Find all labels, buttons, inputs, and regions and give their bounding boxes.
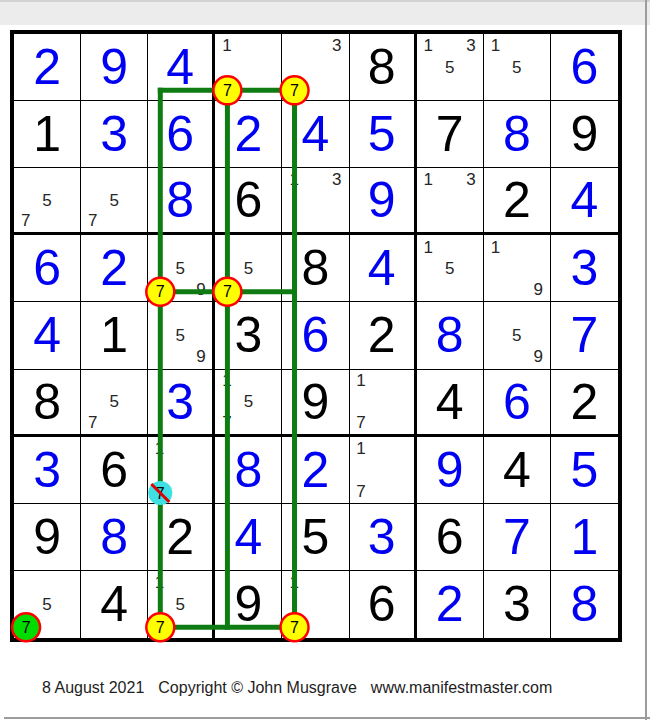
cell-r8c6[interactable]: 3 xyxy=(350,504,417,571)
pencil-digit: 1 xyxy=(485,35,506,56)
cell-r5c5[interactable]: 6 xyxy=(282,302,349,369)
cell-r9c9[interactable]: 8 xyxy=(551,571,618,638)
cell-r1c3[interactable]: 4 xyxy=(148,34,215,101)
cell-r6c9[interactable]: 2 xyxy=(551,370,618,437)
pencil-digit: 7 xyxy=(15,211,36,232)
pencil-digit: 1 xyxy=(418,35,439,56)
pencil-digit: 7 xyxy=(82,412,103,433)
cell-r7c2[interactable]: 6 xyxy=(81,437,148,504)
cell-r5c9[interactable]: 7 xyxy=(551,302,618,369)
pencil-marks: 1 xyxy=(149,438,211,502)
page-right-edge xyxy=(645,0,647,720)
cell-r8c7[interactable]: 6 xyxy=(417,504,484,571)
pencil-digit: 1 xyxy=(418,236,439,257)
solved-digit: 2 xyxy=(100,243,128,293)
cell-r5c8[interactable]: 59 xyxy=(484,302,551,369)
pencil-marks: 135 xyxy=(418,35,482,99)
solved-digit: 4 xyxy=(234,512,262,562)
pencil-digit: 7 xyxy=(216,412,237,433)
given-digit: 4 xyxy=(100,579,128,629)
solved-digit: 8 xyxy=(166,175,194,225)
cell-r2c9[interactable]: 9 xyxy=(551,101,618,168)
cell-r9c8[interactable]: 3 xyxy=(484,571,551,638)
page-bottom-edge xyxy=(4,717,650,719)
cell-r6c4[interactable]: 157 xyxy=(215,370,282,437)
cell-r1c9[interactable]: 6 xyxy=(551,34,618,101)
cell-r5c6[interactable]: 2 xyxy=(350,302,417,369)
cell-r2c3[interactable]: 6 xyxy=(148,101,215,168)
pencil-marks: 19 xyxy=(485,236,549,300)
cell-r1c2[interactable]: 9 xyxy=(81,34,148,101)
cell-r3c1[interactable]: 57 xyxy=(14,168,81,235)
cell-r8c8[interactable]: 7 xyxy=(484,504,551,571)
given-digit: 2 xyxy=(166,512,194,562)
cell-r2c6[interactable]: 5 xyxy=(350,101,417,168)
given-digit: 2 xyxy=(571,377,599,427)
solved-digit: 3 xyxy=(571,243,599,293)
solved-digit: 6 xyxy=(302,310,330,360)
solved-digit: 3 xyxy=(166,377,194,427)
cell-r1c5[interactable]: 3 xyxy=(282,34,349,101)
pencil-digit: 5 xyxy=(238,391,259,412)
cell-r8c9[interactable]: 1 xyxy=(551,504,618,571)
solved-digit: 8 xyxy=(436,310,464,360)
cell-r4c2[interactable]: 2 xyxy=(81,235,148,302)
solved-digit: 8 xyxy=(234,445,262,495)
pencil-digit: 1 xyxy=(418,169,439,190)
cell-r1c4[interactable]: 1 xyxy=(215,34,282,101)
given-digit: 1 xyxy=(100,310,128,360)
pencil-marks: 15 xyxy=(418,236,482,300)
given-digit: 6 xyxy=(368,579,396,629)
solved-digit: 8 xyxy=(503,109,531,159)
pencil-digit: 1 xyxy=(351,438,372,459)
cell-r4c4[interactable]: 5 xyxy=(215,235,282,302)
given-digit: 2 xyxy=(503,175,531,225)
solved-digit: 7 xyxy=(571,310,599,360)
pencil-digit: 5 xyxy=(506,325,527,346)
cell-r3c8[interactable]: 2 xyxy=(484,168,551,235)
pencil-digit: 3 xyxy=(460,35,481,56)
cell-r5c7[interactable]: 8 xyxy=(417,302,484,369)
pencil-marks: 1 xyxy=(283,572,347,637)
cell-r7c4[interactable]: 8 xyxy=(215,437,282,504)
solved-digit: 2 xyxy=(436,579,464,629)
given-digit: 7 xyxy=(436,109,464,159)
pencil-digit: 5 xyxy=(170,258,191,279)
cell-r9c6[interactable]: 6 xyxy=(350,571,417,638)
cell-r7c6[interactable]: 17 xyxy=(350,437,417,504)
pencil-digit: 1 xyxy=(485,236,506,257)
cell-r4c5[interactable]: 8 xyxy=(282,235,349,302)
pencil-digit: 7 xyxy=(351,480,372,501)
pencil-digit: 9 xyxy=(191,346,212,367)
cell-r8c3[interactable]: 2 xyxy=(148,504,215,571)
top-band xyxy=(0,0,650,25)
solved-digit: 6 xyxy=(33,243,61,293)
pencil-marks: 3 xyxy=(283,35,347,99)
solved-digit: 7 xyxy=(503,512,531,562)
cell-r2c2[interactable]: 3 xyxy=(81,101,148,168)
given-digit: 8 xyxy=(302,243,330,293)
given-digit: 8 xyxy=(33,377,61,427)
footer-copyright: Copyright © John Musgrave xyxy=(158,679,357,697)
cell-r7c5[interactable]: 2 xyxy=(282,437,349,504)
given-digit: 6 xyxy=(234,175,262,225)
cell-r2c8[interactable]: 8 xyxy=(484,101,551,168)
cell-r5c2[interactable]: 1 xyxy=(81,302,148,369)
cell-r6c3[interactable]: 3 xyxy=(148,370,215,437)
solved-digit: 4 xyxy=(368,243,396,293)
cell-r2c1[interactable]: 1 xyxy=(14,101,81,168)
cell-r9c3[interactable]: 15 xyxy=(148,571,215,638)
cell-r3c3[interactable]: 8 xyxy=(148,168,215,235)
pencil-marks: 59 xyxy=(149,303,211,367)
cell-r3c9[interactable]: 4 xyxy=(551,168,618,235)
cell-r9c1[interactable]: 5 xyxy=(14,571,81,638)
solved-digit: 8 xyxy=(100,512,128,562)
solved-digit: 2 xyxy=(302,445,330,495)
pencil-marks: 17 xyxy=(351,371,413,433)
pencil-digit: 3 xyxy=(326,169,347,190)
cell-r4c6[interactable]: 4 xyxy=(350,235,417,302)
solved-digit: 4 xyxy=(571,175,599,225)
cell-r6c8[interactable]: 6 xyxy=(484,370,551,437)
cell-r5c4[interactable]: 3 xyxy=(215,302,282,369)
solved-digit: 6 xyxy=(503,377,531,427)
pencil-marks: 59 xyxy=(485,303,549,367)
cell-r1c6[interactable]: 8 xyxy=(350,34,417,101)
footer-website[interactable]: www.manifestmaster.com xyxy=(371,679,552,697)
pencil-digit: 5 xyxy=(36,594,57,616)
cell-r1c8[interactable]: 15 xyxy=(484,34,551,101)
page: 2941381351561362457895757861391324625958… xyxy=(0,0,650,720)
cell-r7c9[interactable]: 5 xyxy=(551,437,618,504)
cell-r6c1[interactable]: 8 xyxy=(14,370,81,437)
solved-digit: 4 xyxy=(166,42,194,92)
solved-digit: 3 xyxy=(33,445,61,495)
pencil-digit: 9 xyxy=(528,279,549,300)
pencil-digit: 5 xyxy=(103,391,124,412)
pencil-marks: 5 xyxy=(216,236,280,300)
cell-r7c3[interactable]: 1 xyxy=(148,437,215,504)
pencil-digit: 3 xyxy=(326,35,347,56)
pencil-digit: 9 xyxy=(191,279,212,300)
solved-digit: 6 xyxy=(571,42,599,92)
given-digit: 9 xyxy=(571,109,599,159)
given-digit: 9 xyxy=(33,512,61,562)
pencil-digit: 5 xyxy=(439,258,460,279)
cell-r4c3[interactable]: 59 xyxy=(148,235,215,302)
cell-r4c8[interactable]: 19 xyxy=(484,235,551,302)
given-digit: 9 xyxy=(302,377,330,427)
given-digit: 1 xyxy=(33,109,61,159)
pencil-digit: 1 xyxy=(149,572,170,594)
solved-digit: 2 xyxy=(33,42,61,92)
cell-r1c7[interactable]: 135 xyxy=(417,34,484,101)
pencil-marks: 57 xyxy=(82,371,146,433)
pencil-digit: 5 xyxy=(36,190,57,211)
given-digit: 6 xyxy=(100,445,128,495)
cell-r9c4[interactable]: 9 xyxy=(215,571,282,638)
pencil-marks: 13 xyxy=(418,169,482,231)
cell-r1c1[interactable]: 2 xyxy=(14,34,81,101)
given-digit: 8 xyxy=(368,42,396,92)
solved-digit: 9 xyxy=(436,445,464,495)
cell-r3c4[interactable]: 6 xyxy=(215,168,282,235)
solved-digit: 8 xyxy=(571,579,599,629)
cell-r3c6[interactable]: 9 xyxy=(350,168,417,235)
pencil-marks: 57 xyxy=(82,169,146,231)
solved-digit: 1 xyxy=(571,512,599,562)
cell-r8c4[interactable]: 4 xyxy=(215,504,282,571)
footer: 8 August 2021 Copyright © John Musgrave … xyxy=(42,679,552,697)
given-digit: 4 xyxy=(436,377,464,427)
cell-r5c1[interactable]: 4 xyxy=(14,302,81,369)
cell-r3c2[interactable]: 57 xyxy=(81,168,148,235)
pencil-digit: 1 xyxy=(216,371,237,392)
pencil-marks: 15 xyxy=(149,572,211,637)
cell-r6c6[interactable]: 17 xyxy=(350,370,417,437)
cell-r8c5[interactable]: 5 xyxy=(282,504,349,571)
pencil-digit: 9 xyxy=(528,346,549,367)
cell-r2c7[interactable]: 7 xyxy=(417,101,484,168)
solved-digit: 9 xyxy=(100,42,128,92)
cell-r4c9[interactable]: 3 xyxy=(551,235,618,302)
cell-r2c5[interactable]: 4 xyxy=(282,101,349,168)
pencil-digit: 7 xyxy=(82,211,103,232)
footer-date: 8 August 2021 xyxy=(42,679,144,697)
pencil-digit: 1 xyxy=(283,572,304,594)
solved-digit: 5 xyxy=(571,445,599,495)
pencil-digit: 5 xyxy=(238,258,259,279)
pencil-marks: 57 xyxy=(15,169,79,231)
cell-r4c1[interactable]: 6 xyxy=(14,235,81,302)
pencil-digit: 1 xyxy=(351,371,372,392)
given-digit: 3 xyxy=(503,579,531,629)
pencil-digit: 1 xyxy=(149,438,170,459)
given-digit: 3 xyxy=(234,310,262,360)
cell-r8c1[interactable]: 9 xyxy=(14,504,81,571)
sudoku-board: 2941381351561362457895757861391324625958… xyxy=(10,30,622,642)
cell-r5c3[interactable]: 59 xyxy=(148,302,215,369)
pencil-marks: 157 xyxy=(216,371,280,433)
cell-r3c7[interactable]: 13 xyxy=(417,168,484,235)
cell-r6c7[interactable]: 4 xyxy=(417,370,484,437)
pencil-marks: 13 xyxy=(283,169,347,231)
cell-r7c1[interactable]: 3 xyxy=(14,437,81,504)
pencil-digit: 5 xyxy=(103,190,124,211)
solved-digit: 3 xyxy=(368,512,396,562)
given-digit: 4 xyxy=(503,445,531,495)
cell-r9c7[interactable]: 2 xyxy=(417,571,484,638)
pencil-digit: 1 xyxy=(216,35,237,56)
solved-digit: 9 xyxy=(368,175,396,225)
cell-r9c2[interactable]: 4 xyxy=(81,571,148,638)
given-digit: 6 xyxy=(436,512,464,562)
solved-digit: 2 xyxy=(234,109,262,159)
solved-digit: 6 xyxy=(166,109,194,159)
solved-digit: 3 xyxy=(100,109,128,159)
cell-r4c7[interactable]: 15 xyxy=(417,235,484,302)
pencil-digit: 5 xyxy=(506,56,527,77)
given-digit: 2 xyxy=(368,310,396,360)
cell-r9c5[interactable]: 1 xyxy=(282,571,349,638)
pencil-marks: 1 xyxy=(216,35,280,99)
cell-r7c8[interactable]: 4 xyxy=(484,437,551,504)
solved-digit: 4 xyxy=(302,109,330,159)
solved-digit: 5 xyxy=(368,109,396,159)
pencil-marks: 15 xyxy=(485,35,549,99)
pencil-marks: 59 xyxy=(149,236,211,300)
pencil-marks: 5 xyxy=(15,572,79,637)
pencil-digit: 5 xyxy=(439,56,460,77)
given-digit: 5 xyxy=(302,512,330,562)
cell-r3c5[interactable]: 13 xyxy=(282,168,349,235)
cell-r7c7[interactable]: 9 xyxy=(417,437,484,504)
pencil-marks: 17 xyxy=(351,438,413,502)
cell-r2c4[interactable]: 2 xyxy=(215,101,282,168)
pencil-digit: 5 xyxy=(170,594,191,616)
pencil-digit: 5 xyxy=(170,325,191,346)
cell-r8c2[interactable]: 8 xyxy=(81,504,148,571)
pencil-digit: 3 xyxy=(460,169,481,190)
given-digit: 9 xyxy=(234,579,262,629)
cell-r6c5[interactable]: 9 xyxy=(282,370,349,437)
pencil-digit: 1 xyxy=(283,169,304,190)
solved-digit: 4 xyxy=(33,310,61,360)
cell-r6c2[interactable]: 57 xyxy=(81,370,148,437)
pencil-digit: 7 xyxy=(351,412,372,433)
